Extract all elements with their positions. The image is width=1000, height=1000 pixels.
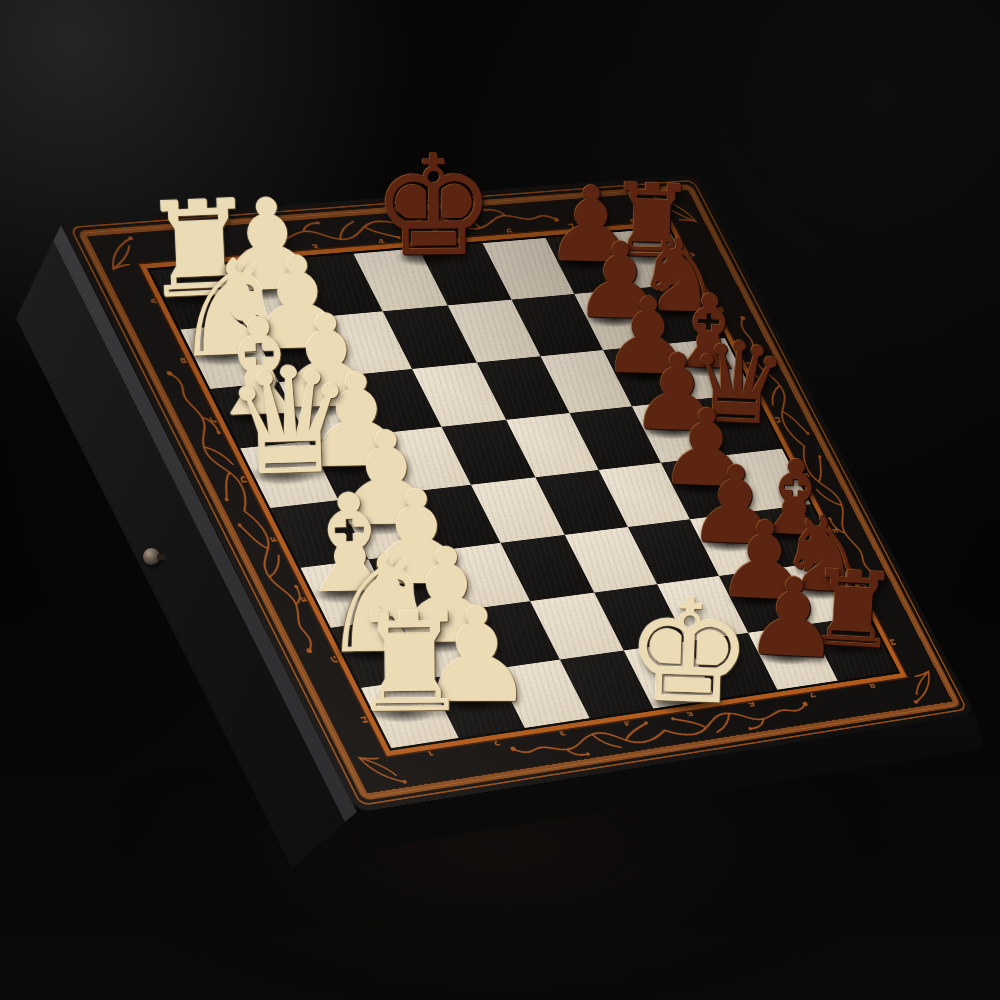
coordinate-label: C xyxy=(207,416,222,424)
clasp-knob xyxy=(143,548,160,565)
scene: { "scene": { "description": "Overhead-an… xyxy=(0,0,1000,1000)
coordinate-label: E xyxy=(798,472,811,479)
coordinate-label: B xyxy=(177,356,193,364)
photo-stage: 1122334455667788AABBCCDDEEFFGGHH ♜♞♝♛♝♞♜… xyxy=(0,0,1000,1000)
